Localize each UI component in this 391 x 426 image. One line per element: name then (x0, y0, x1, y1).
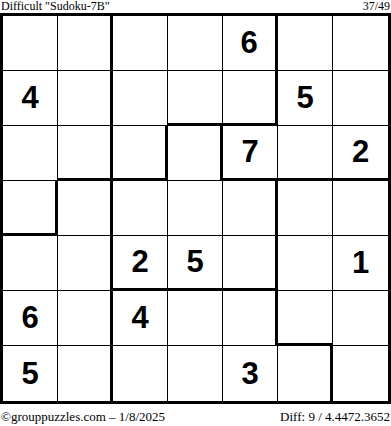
puzzle-title: Difficult "Sudoku-7B" (1, 0, 110, 12)
header: Difficult "Sudoku-7B" 37/49 (0, 0, 391, 13)
difficulty-text: Diff: 9 / 4.4472.3652 (280, 410, 390, 424)
cell-r3c2[interactable] (58, 126, 113, 181)
cell-r7c3[interactable] (113, 346, 168, 401)
cell-r4c4[interactable] (168, 181, 223, 236)
cell-r6c3[interactable]: 4 (113, 291, 168, 346)
cell-r4c7[interactable] (333, 181, 388, 236)
cell-r6c4[interactable] (168, 291, 223, 346)
cell-r4c5[interactable] (223, 181, 278, 236)
cell-r3c5[interactable]: 7 (223, 126, 278, 181)
cell-r2c4[interactable] (168, 71, 223, 126)
cell-r1c6[interactable] (278, 16, 333, 71)
cell-r5c5[interactable] (223, 236, 278, 291)
cell-r2c3[interactable] (113, 71, 168, 126)
puzzle-page: Difficult "Sudoku-7B" 37/49 645722516453… (0, 0, 391, 426)
cell-r5c4[interactable]: 5 (168, 236, 223, 291)
cell-r1c3[interactable] (113, 16, 168, 71)
cell-r3c4[interactable] (168, 126, 223, 181)
cell-r1c1[interactable] (3, 16, 58, 71)
empty-cells-counter: 37/49 (363, 0, 390, 12)
cell-r3c7[interactable]: 2 (333, 126, 388, 181)
cell-r7c4[interactable] (168, 346, 223, 401)
footer: ©grouppuzzles.com – 1/8/2025 Diff: 9 / 4… (0, 410, 391, 424)
cell-r5c7[interactable]: 1 (333, 236, 388, 291)
cell-r2c6[interactable]: 5 (278, 71, 333, 126)
cell-r6c6[interactable] (278, 291, 333, 346)
cell-r1c4[interactable] (168, 16, 223, 71)
cell-r6c2[interactable] (58, 291, 113, 346)
cell-r3c6[interactable] (278, 126, 333, 181)
cell-r3c1[interactable] (3, 126, 58, 181)
sudoku-board: 645722516453 (0, 13, 391, 404)
cell-r4c3[interactable] (113, 181, 168, 236)
cell-r1c2[interactable] (58, 16, 113, 71)
cell-r5c1[interactable] (3, 236, 58, 291)
cell-r3c3[interactable] (113, 126, 168, 181)
cell-r6c7[interactable] (333, 291, 388, 346)
cell-r2c5[interactable] (223, 71, 278, 126)
cell-r4c1[interactable] (3, 181, 58, 236)
cell-r7c6[interactable] (278, 346, 333, 401)
cell-r2c2[interactable] (58, 71, 113, 126)
cell-r5c6[interactable] (278, 236, 333, 291)
cell-r2c1[interactable]: 4 (3, 71, 58, 126)
copyright-text: ©grouppuzzles.com – 1/8/2025 (1, 410, 165, 424)
cell-r5c2[interactable] (58, 236, 113, 291)
cell-r7c7[interactable] (333, 346, 388, 401)
cell-r6c1[interactable]: 6 (3, 291, 58, 346)
cell-r5c3[interactable]: 2 (113, 236, 168, 291)
cell-r1c7[interactable] (333, 16, 388, 71)
cell-r4c6[interactable] (278, 181, 333, 236)
cell-r6c5[interactable] (223, 291, 278, 346)
cell-r7c5[interactable]: 3 (223, 346, 278, 401)
cell-r7c2[interactable] (58, 346, 113, 401)
cell-r7c1[interactable]: 5 (3, 346, 58, 401)
cell-r4c2[interactable] (58, 181, 113, 236)
cell-r1c5[interactable]: 6 (223, 16, 278, 71)
cell-r2c7[interactable] (333, 71, 388, 126)
